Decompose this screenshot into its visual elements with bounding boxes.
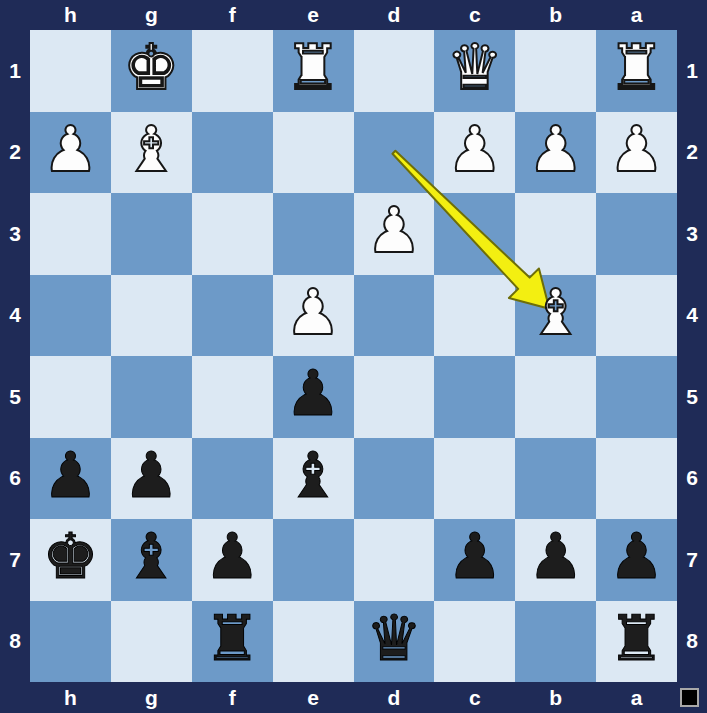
file-label-top-f: f [192,0,273,30]
file-label-bottom-f: f [192,682,273,713]
piece-wP-d3[interactable]: ♟ [366,199,422,262]
rank-label-left-4: 4 [0,275,30,357]
piece-bP-a7[interactable]: ♟ [608,525,664,588]
square-h6[interactable]: ♟ [30,438,111,520]
square-a1[interactable]: ♜ [596,30,677,112]
piece-wB-b4[interactable]: ♝ [527,281,583,344]
square-h7[interactable]: ♚ [30,519,111,601]
chess-board: ♚♜♛♜♟♝♟♟♟♟♟♝♟♟♟♝♚♝♟♟♟♟♜♛♜ [30,30,677,682]
rank-label-right-7: 7 [677,519,707,601]
square-a5[interactable] [596,356,677,438]
square-d4[interactable] [354,275,435,357]
square-a4[interactable] [596,275,677,357]
piece-bP-e5[interactable]: ♟ [285,362,341,425]
rank-label-left-7: 7 [0,519,30,601]
rank-label-right-6: 6 [677,438,707,520]
square-a6[interactable] [596,438,677,520]
rank-label-right-1: 1 [677,30,707,112]
square-g8[interactable] [111,601,192,683]
square-h8[interactable] [30,601,111,683]
square-e8[interactable] [273,601,354,683]
square-d6[interactable] [354,438,435,520]
square-c7[interactable]: ♟ [434,519,515,601]
file-label-top-b: b [515,0,596,30]
piece-bP-c7[interactable]: ♟ [447,525,503,588]
piece-wK-g1[interactable]: ♚ [123,36,179,99]
piece-bB-e6[interactable]: ♝ [285,444,341,507]
square-b1[interactable] [515,30,596,112]
rank-label-left-6: 6 [0,438,30,520]
square-f1[interactable] [192,30,273,112]
file-label-top-c: c [434,0,515,30]
rank-label-right-4: 4 [677,275,707,357]
square-d3[interactable]: ♟ [354,193,435,275]
rank-label-left-2: 2 [0,112,30,194]
square-h3[interactable] [30,193,111,275]
piece-wP-c2[interactable]: ♟ [447,118,503,181]
rank-label-left-5: 5 [0,356,30,438]
square-c5[interactable] [434,356,515,438]
square-f7[interactable]: ♟ [192,519,273,601]
square-g1[interactable]: ♚ [111,30,192,112]
square-b2[interactable]: ♟ [515,112,596,194]
piece-wP-b2[interactable]: ♟ [527,118,583,181]
square-b3[interactable] [515,193,596,275]
square-h1[interactable] [30,30,111,112]
rank-label-left-8: 8 [0,601,30,683]
square-e6[interactable]: ♝ [273,438,354,520]
file-label-bottom-h: h [30,682,111,713]
square-h4[interactable] [30,275,111,357]
square-g7[interactable]: ♝ [111,519,192,601]
square-f3[interactable] [192,193,273,275]
square-d1[interactable] [354,30,435,112]
square-b7[interactable]: ♟ [515,519,596,601]
square-e3[interactable] [273,193,354,275]
file-label-bottom-a: a [596,682,677,713]
rank-label-left-3: 3 [0,193,30,275]
file-label-bottom-b: b [515,682,596,713]
square-g5[interactable] [111,356,192,438]
piece-wB-g2[interactable]: ♝ [123,118,179,181]
square-e2[interactable] [273,112,354,194]
square-c3[interactable] [434,193,515,275]
rank-label-right-2: 2 [677,112,707,194]
square-g4[interactable] [111,275,192,357]
square-d5[interactable] [354,356,435,438]
square-f5[interactable] [192,356,273,438]
file-label-bottom-c: c [434,682,515,713]
chess-diagram: ♚♜♛♜♟♝♟♟♟♟♟♝♟♟♟♝♚♝♟♟♟♟♜♛♜ hhggffeeddccbb… [0,0,707,713]
square-d8[interactable]: ♛ [354,601,435,683]
piece-bB-g7[interactable]: ♝ [123,525,179,588]
piece-bP-g6[interactable]: ♟ [123,444,179,507]
square-e1[interactable]: ♜ [273,30,354,112]
piece-wR-a1[interactable]: ♜ [608,36,664,99]
piece-bQ-d8[interactable]: ♛ [366,607,422,670]
square-e5[interactable]: ♟ [273,356,354,438]
file-label-top-h: h [30,0,111,30]
file-label-bottom-g: g [111,682,192,713]
square-d7[interactable] [354,519,435,601]
square-a2[interactable]: ♟ [596,112,677,194]
file-label-top-d: d [354,0,435,30]
square-g2[interactable]: ♝ [111,112,192,194]
file-label-top-a: a [596,0,677,30]
square-a8[interactable]: ♜ [596,601,677,683]
square-d2[interactable] [354,112,435,194]
file-label-bottom-d: d [354,682,435,713]
square-c1[interactable]: ♛ [434,30,515,112]
piece-bK-h7[interactable]: ♚ [42,525,98,588]
rank-label-left-1: 1 [0,30,30,112]
piece-wQ-c1[interactable]: ♛ [447,36,503,99]
square-f2[interactable] [192,112,273,194]
square-e4[interactable]: ♟ [273,275,354,357]
square-f4[interactable] [192,275,273,357]
piece-wR-e1[interactable]: ♜ [285,36,341,99]
rank-label-right-8: 8 [677,601,707,683]
square-g3[interactable] [111,193,192,275]
square-b5[interactable] [515,356,596,438]
rank-label-right-3: 3 [677,193,707,275]
square-h5[interactable] [30,356,111,438]
file-label-top-g: g [111,0,192,30]
piece-wP-e4[interactable]: ♟ [285,281,341,344]
side-to-move-indicator [680,688,699,707]
square-f8[interactable]: ♜ [192,601,273,683]
square-f6[interactable] [192,438,273,520]
square-a3[interactable] [596,193,677,275]
square-a7[interactable]: ♟ [596,519,677,601]
square-c4[interactable] [434,275,515,357]
square-c6[interactable] [434,438,515,520]
piece-bP-f7[interactable]: ♟ [204,525,260,588]
square-b6[interactable] [515,438,596,520]
square-b4[interactable]: ♝ [515,275,596,357]
square-h2[interactable]: ♟ [30,112,111,194]
square-c2[interactable]: ♟ [434,112,515,194]
piece-wP-h2[interactable]: ♟ [42,118,98,181]
piece-bR-f8[interactable]: ♜ [204,607,260,670]
file-label-bottom-e: e [273,682,354,713]
piece-wP-a2[interactable]: ♟ [608,118,664,181]
piece-bR-a8[interactable]: ♜ [608,607,664,670]
square-b8[interactable] [515,601,596,683]
square-g6[interactable]: ♟ [111,438,192,520]
square-e7[interactable] [273,519,354,601]
rank-label-right-5: 5 [677,356,707,438]
piece-bP-b7[interactable]: ♟ [527,525,583,588]
piece-bP-h6[interactable]: ♟ [42,444,98,507]
square-c8[interactable] [434,601,515,683]
file-label-top-e: e [273,0,354,30]
